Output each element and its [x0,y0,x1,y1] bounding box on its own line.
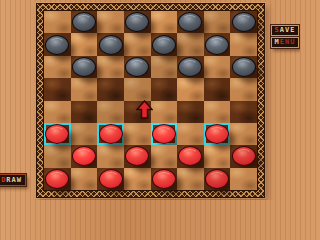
square-r5c6[interactable] [177,101,204,123]
square-r6c6[interactable] [177,123,204,145]
square-r3c5[interactable] [151,56,178,78]
black-checker-piece[interactable] [72,57,96,77]
square-r1c7[interactable] [204,11,231,33]
red-checker-piece[interactable] [45,169,69,189]
menu-button[interactable]: MENU [271,37,299,48]
square-r1c3[interactable] [97,11,124,33]
square-r6c4[interactable] [124,123,151,145]
square-r5c4[interactable] [124,101,151,123]
square-r2c6[interactable] [177,33,204,55]
square-r5c5[interactable] [151,101,178,123]
square-r4c5[interactable] [151,78,178,100]
red-checker-piece[interactable] [205,124,229,144]
red-checker-piece[interactable] [99,124,123,144]
square-r2c4[interactable] [124,33,151,55]
square-r2c8[interactable] [230,33,257,55]
square-r6c8[interactable] [230,123,257,145]
square-r4c2[interactable] [71,78,98,100]
square-r3c3[interactable] [97,56,124,78]
red-checker-piece[interactable] [72,146,96,166]
red-checker-piece[interactable] [205,169,229,189]
square-r4c1[interactable] [44,78,71,100]
draw-button[interactable]: DRAW [0,174,26,186]
save-button[interactable]: SAVE [271,25,299,36]
square-r7c2[interactable] [71,145,98,167]
square-r6c1[interactable] [44,123,71,145]
black-checker-piece[interactable] [99,35,123,55]
square-r3c1[interactable] [44,56,71,78]
square-r3c8[interactable] [230,56,257,78]
square-r7c6[interactable] [177,145,204,167]
square-r1c2[interactable] [71,11,98,33]
square-r8c6[interactable] [177,168,204,190]
black-checker-piece[interactable] [178,57,202,77]
square-r5c2[interactable] [71,101,98,123]
square-r2c1[interactable] [44,33,71,55]
red-checker-piece[interactable] [125,146,149,166]
square-r2c7[interactable] [204,33,231,55]
board-grid [43,10,258,191]
square-r8c7[interactable] [204,168,231,190]
square-r4c6[interactable] [177,78,204,100]
square-r8c1[interactable] [44,168,71,190]
square-r3c4[interactable] [124,56,151,78]
square-r8c5[interactable] [151,168,178,190]
square-r5c8[interactable] [230,101,257,123]
square-r5c3[interactable] [97,101,124,123]
red-checker-piece[interactable] [152,124,176,144]
red-checker-piece[interactable] [152,169,176,189]
square-r5c7[interactable] [204,101,231,123]
black-checker-piece[interactable] [125,12,149,32]
black-checker-piece[interactable] [205,35,229,55]
square-r3c7[interactable] [204,56,231,78]
square-r7c7[interactable] [204,145,231,167]
red-checker-piece[interactable] [45,124,69,144]
black-checker-piece[interactable] [152,35,176,55]
square-r7c8[interactable] [230,145,257,167]
square-r2c3[interactable] [97,33,124,55]
red-checker-piece[interactable] [99,169,123,189]
square-r7c3[interactable] [97,145,124,167]
square-r6c5[interactable] [151,123,178,145]
square-r1c8[interactable] [230,11,257,33]
black-checker-piece[interactable] [45,35,69,55]
square-r3c2[interactable] [71,56,98,78]
draw-button-label: RAW [6,177,22,184]
black-checker-piece[interactable] [232,12,256,32]
square-r1c4[interactable] [124,11,151,33]
red-checker-piece[interactable] [232,146,256,166]
square-r3c6[interactable] [177,56,204,78]
square-r8c8[interactable] [230,168,257,190]
menu-button-label: ENU [280,39,296,46]
square-r6c2[interactable] [71,123,98,145]
save-button-label: AVE [280,27,296,34]
square-r8c2[interactable] [71,168,98,190]
square-r2c2[interactable] [71,33,98,55]
black-checker-piece[interactable] [72,12,96,32]
square-r4c3[interactable] [97,78,124,100]
square-r6c3[interactable] [97,123,124,145]
square-r8c3[interactable] [97,168,124,190]
square-r8c4[interactable] [124,168,151,190]
checkers-board [36,3,265,198]
game-screen: { "game": "checkers", "window": { "descr… [0,0,300,200]
square-r5c1[interactable] [44,101,71,123]
black-checker-piece[interactable] [125,57,149,77]
square-r2c5[interactable] [151,33,178,55]
black-checker-piece[interactable] [232,57,256,77]
square-r6c7[interactable] [204,123,231,145]
square-r1c1[interactable] [44,11,71,33]
square-r4c8[interactable] [230,78,257,100]
square-r7c4[interactable] [124,145,151,167]
square-r4c4[interactable] [124,78,151,100]
red-checker-piece[interactable] [178,146,202,166]
square-r1c6[interactable] [177,11,204,33]
square-r7c1[interactable] [44,145,71,167]
square-r7c5[interactable] [151,145,178,167]
square-r1c5[interactable] [151,11,178,33]
square-r4c7[interactable] [204,78,231,100]
black-checker-piece[interactable] [178,12,202,32]
